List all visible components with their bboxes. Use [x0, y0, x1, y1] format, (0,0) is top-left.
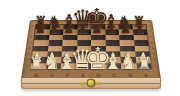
square-e1 [76, 63, 91, 69]
rank-label: 1 [24, 65, 30, 68]
rank-label: 7 [29, 30, 35, 33]
rank-label: 4 [27, 47, 33, 50]
rank-label: 5 [27, 41, 33, 44]
rank-label: 8 [147, 25, 152, 28]
rank-label: 2 [151, 59, 157, 62]
product-photo: HGFEDCBA 8877665544332211 ♜♞♝♛♚♝♞♜♟♟♟♟♟♟… [0, 0, 180, 96]
clasp-wing-right [96, 82, 102, 85]
square-a1 [136, 63, 152, 69]
square-b1 [121, 63, 137, 69]
square-g1 [46, 63, 62, 69]
rank-label: 1 [152, 65, 158, 68]
clasp-icon [87, 79, 96, 88]
rank-label: 8 [30, 25, 35, 28]
square-f1 [61, 63, 76, 69]
square-h1 [30, 63, 46, 69]
rank-label: 3 [151, 53, 157, 56]
rank-label: 3 [26, 53, 32, 56]
rank-label: 6 [148, 36, 154, 39]
rank-label: 4 [150, 47, 156, 50]
rank-label: 5 [149, 41, 155, 44]
square-d1 [91, 63, 106, 69]
board-grid [29, 24, 153, 70]
board-front-edge [21, 78, 161, 89]
clasp-wing-left [80, 82, 86, 85]
chess-board: HGFEDCBA 8877665544332211 [21, 20, 162, 82]
rank-label: 2 [25, 59, 31, 62]
square-c1 [106, 63, 121, 69]
rank-label: 6 [28, 36, 34, 39]
rank-label: 7 [147, 30, 153, 33]
